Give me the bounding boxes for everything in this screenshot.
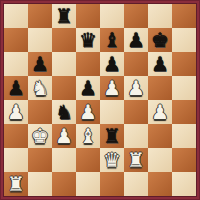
black-pawn-g6[interactable]: ♟ [148,52,172,76]
square-a3[interactable] [4,124,28,148]
square-e1[interactable] [100,172,124,196]
white-pawn-a4[interactable]: ♟ [4,100,28,124]
black-bishop-e7[interactable]: ♝ [100,28,124,52]
square-d6[interactable] [76,52,100,76]
square-e7[interactable]: ♝ [100,28,124,52]
black-rook-c8[interactable]: ♜ [52,4,76,28]
black-pawn-e6[interactable]: ♟ [100,52,124,76]
square-h8[interactable] [172,4,196,28]
square-f6[interactable] [124,52,148,76]
square-b5[interactable]: ♞ [28,76,52,100]
chess-board: ♜♛♝♟♚♟♟♟♟♞♟♟♟♟♞♟♟♚♟♝♜♛♜♜ [4,4,196,196]
black-knight-c4[interactable]: ♞ [52,100,76,124]
square-h3[interactable] [172,124,196,148]
white-king-b3[interactable]: ♚ [28,124,52,148]
square-c7[interactable] [52,28,76,52]
square-a6[interactable] [4,52,28,76]
square-e3[interactable]: ♜ [100,124,124,148]
chess-board-frame: ♜♛♝♟♚♟♟♟♟♞♟♟♟♟♞♟♟♚♟♝♜♛♜♜ [0,0,200,200]
black-king-g7[interactable]: ♚ [148,28,172,52]
square-d5[interactable]: ♟ [76,76,100,100]
square-b8[interactable] [28,4,52,28]
square-c5[interactable] [52,76,76,100]
square-c1[interactable] [52,172,76,196]
square-e5[interactable]: ♟ [100,76,124,100]
square-g5[interactable] [148,76,172,100]
square-b7[interactable] [28,28,52,52]
square-h2[interactable] [172,148,196,172]
square-c4[interactable]: ♞ [52,100,76,124]
square-h1[interactable] [172,172,196,196]
square-g6[interactable]: ♟ [148,52,172,76]
white-knight-b5[interactable]: ♞ [28,76,52,100]
square-c6[interactable] [52,52,76,76]
square-f5[interactable]: ♟ [124,76,148,100]
square-f8[interactable] [124,4,148,28]
square-c3[interactable]: ♟ [52,124,76,148]
square-a7[interactable] [4,28,28,52]
square-h5[interactable] [172,76,196,100]
square-g3[interactable] [148,124,172,148]
square-a8[interactable] [4,4,28,28]
square-c2[interactable] [52,148,76,172]
square-a5[interactable]: ♟ [4,76,28,100]
square-f4[interactable] [124,100,148,124]
square-h7[interactable] [172,28,196,52]
square-f7[interactable]: ♟ [124,28,148,52]
square-h6[interactable] [172,52,196,76]
square-b4[interactable] [28,100,52,124]
square-b3[interactable]: ♚ [28,124,52,148]
black-pawn-b6[interactable]: ♟ [28,52,52,76]
square-d2[interactable] [76,148,100,172]
black-pawn-d5[interactable]: ♟ [76,76,100,100]
black-rook-e3[interactable]: ♜ [100,124,124,148]
square-d1[interactable] [76,172,100,196]
square-e4[interactable] [100,100,124,124]
square-e6[interactable]: ♟ [100,52,124,76]
white-pawn-f5[interactable]: ♟ [124,76,148,100]
square-c8[interactable]: ♜ [52,4,76,28]
white-pawn-d4[interactable]: ♟ [76,100,100,124]
square-b1[interactable] [28,172,52,196]
square-g2[interactable] [148,148,172,172]
square-d4[interactable]: ♟ [76,100,100,124]
black-queen-d7[interactable]: ♛ [76,28,100,52]
square-f1[interactable] [124,172,148,196]
black-pawn-f7[interactable]: ♟ [124,28,148,52]
square-h4[interactable] [172,100,196,124]
square-d8[interactable] [76,4,100,28]
white-bishop-d3[interactable]: ♝ [76,124,100,148]
square-e8[interactable] [100,4,124,28]
square-g8[interactable] [148,4,172,28]
square-a2[interactable] [4,148,28,172]
white-pawn-c3[interactable]: ♟ [52,124,76,148]
square-f3[interactable] [124,124,148,148]
square-g4[interactable]: ♟ [148,100,172,124]
square-g1[interactable] [148,172,172,196]
square-f2[interactable]: ♜ [124,148,148,172]
square-g7[interactable]: ♚ [148,28,172,52]
square-b6[interactable]: ♟ [28,52,52,76]
white-pawn-g4[interactable]: ♟ [148,100,172,124]
square-e2[interactable]: ♛ [100,148,124,172]
white-rook-f2[interactable]: ♜ [124,148,148,172]
square-a4[interactable]: ♟ [4,100,28,124]
square-a1[interactable]: ♜ [4,172,28,196]
square-d7[interactable]: ♛ [76,28,100,52]
square-b2[interactable] [28,148,52,172]
white-rook-a1[interactable]: ♜ [4,172,28,196]
square-d3[interactable]: ♝ [76,124,100,148]
black-pawn-a5[interactable]: ♟ [4,76,28,100]
white-pawn-e5[interactable]: ♟ [100,76,124,100]
white-queen-e2[interactable]: ♛ [100,148,124,172]
